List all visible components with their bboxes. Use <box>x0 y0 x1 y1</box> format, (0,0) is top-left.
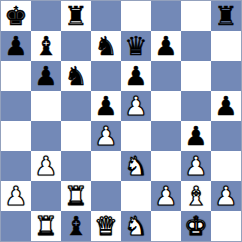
square-c1[interactable]: ♝ <box>61 211 91 241</box>
white-queen[interactable]: ♛ <box>94 211 117 241</box>
square-b4[interactable] <box>31 121 61 151</box>
square-d3[interactable] <box>91 151 121 181</box>
white-pawn[interactable]: ♟ <box>214 181 237 211</box>
square-g2[interactable]: ♝ <box>181 181 211 211</box>
square-f6[interactable] <box>151 61 181 91</box>
white-rook[interactable]: ♜ <box>34 211 57 241</box>
square-e8[interactable] <box>121 1 151 31</box>
square-f7[interactable]: ♟ <box>151 31 181 61</box>
square-c8[interactable]: ♜ <box>61 1 91 31</box>
square-d6[interactable] <box>91 61 121 91</box>
square-b6[interactable]: ♟ <box>31 61 61 91</box>
square-b1[interactable]: ♜ <box>31 211 61 241</box>
square-b3[interactable]: ♟ <box>31 151 61 181</box>
square-a6[interactable] <box>1 61 31 91</box>
chess-board: ♚♜♜♟♝♞♛♟♟♞♟♟♟♟♟♟♟♞♟♟♜♟♝♟♜♝♛♞♚ <box>0 0 242 242</box>
square-e1[interactable]: ♞ <box>121 211 151 241</box>
black-pawn[interactable]: ♟ <box>94 91 117 121</box>
black-king[interactable]: ♚ <box>4 1 27 31</box>
square-c2[interactable]: ♜ <box>61 181 91 211</box>
square-h1[interactable] <box>211 211 241 241</box>
black-pawn[interactable]: ♟ <box>4 31 27 61</box>
square-b7[interactable]: ♝ <box>31 31 61 61</box>
square-a5[interactable] <box>1 91 31 121</box>
square-a8[interactable]: ♚ <box>1 1 31 31</box>
white-knight[interactable]: ♞ <box>124 211 147 241</box>
square-c7[interactable] <box>61 31 91 61</box>
square-a4[interactable] <box>1 121 31 151</box>
square-g3[interactable]: ♟ <box>181 151 211 181</box>
white-rook[interactable]: ♜ <box>64 181 87 211</box>
square-f3[interactable] <box>151 151 181 181</box>
square-e7[interactable]: ♛ <box>121 31 151 61</box>
square-d4[interactable]: ♟ <box>91 121 121 151</box>
square-f2[interactable]: ♟ <box>151 181 181 211</box>
square-g5[interactable] <box>181 91 211 121</box>
white-pawn[interactable]: ♟ <box>124 91 147 121</box>
square-h8[interactable]: ♜ <box>211 1 241 31</box>
black-queen[interactable]: ♛ <box>124 31 147 61</box>
white-pawn[interactable]: ♟ <box>94 121 117 151</box>
square-f8[interactable] <box>151 1 181 31</box>
black-bishop[interactable]: ♝ <box>64 211 87 241</box>
square-e4[interactable] <box>121 121 151 151</box>
square-b5[interactable] <box>31 91 61 121</box>
square-c3[interactable] <box>61 151 91 181</box>
square-d8[interactable] <box>91 1 121 31</box>
black-pawn[interactable]: ♟ <box>184 121 207 151</box>
square-h5[interactable]: ♟ <box>211 91 241 121</box>
black-rook[interactable]: ♜ <box>214 1 237 31</box>
black-pawn[interactable]: ♟ <box>34 61 57 91</box>
square-a7[interactable]: ♟ <box>1 31 31 61</box>
square-c6[interactable]: ♞ <box>61 61 91 91</box>
chess-board-container: ♚♜♜♟♝♞♛♟♟♞♟♟♟♟♟♟♟♞♟♟♜♟♝♟♜♝♛♞♚ <box>0 0 242 242</box>
square-b2[interactable] <box>31 181 61 211</box>
black-bishop[interactable]: ♝ <box>34 31 57 61</box>
square-g6[interactable] <box>181 61 211 91</box>
square-e2[interactable] <box>121 181 151 211</box>
black-pawn[interactable]: ♟ <box>154 31 177 61</box>
white-pawn[interactable]: ♟ <box>4 181 27 211</box>
white-king[interactable]: ♚ <box>184 211 207 241</box>
square-f5[interactable] <box>151 91 181 121</box>
white-pawn[interactable]: ♟ <box>184 151 207 181</box>
square-a2[interactable]: ♟ <box>1 181 31 211</box>
square-d7[interactable]: ♞ <box>91 31 121 61</box>
square-f4[interactable] <box>151 121 181 151</box>
square-a3[interactable] <box>1 151 31 181</box>
black-pawn[interactable]: ♟ <box>214 91 237 121</box>
white-pawn[interactable]: ♟ <box>154 181 177 211</box>
square-h4[interactable] <box>211 121 241 151</box>
square-c4[interactable] <box>61 121 91 151</box>
square-h3[interactable] <box>211 151 241 181</box>
square-b8[interactable] <box>31 1 61 31</box>
white-knight[interactable]: ♞ <box>124 151 147 181</box>
square-h2[interactable]: ♟ <box>211 181 241 211</box>
square-e5[interactable]: ♟ <box>121 91 151 121</box>
black-knight[interactable]: ♞ <box>94 31 117 61</box>
square-c5[interactable] <box>61 91 91 121</box>
black-knight[interactable]: ♞ <box>64 61 87 91</box>
square-e3[interactable]: ♞ <box>121 151 151 181</box>
white-bishop[interactable]: ♝ <box>184 181 207 211</box>
square-d5[interactable]: ♟ <box>91 91 121 121</box>
square-d1[interactable]: ♛ <box>91 211 121 241</box>
square-d2[interactable] <box>91 181 121 211</box>
square-g4[interactable]: ♟ <box>181 121 211 151</box>
black-rook[interactable]: ♜ <box>64 1 87 31</box>
white-pawn[interactable]: ♟ <box>34 151 57 181</box>
square-a1[interactable] <box>1 211 31 241</box>
square-g1[interactable]: ♚ <box>181 211 211 241</box>
square-e6[interactable]: ♟ <box>121 61 151 91</box>
square-f1[interactable] <box>151 211 181 241</box>
square-h6[interactable] <box>211 61 241 91</box>
square-g8[interactable] <box>181 1 211 31</box>
square-g7[interactable] <box>181 31 211 61</box>
square-h7[interactable] <box>211 31 241 61</box>
black-pawn[interactable]: ♟ <box>124 61 147 91</box>
